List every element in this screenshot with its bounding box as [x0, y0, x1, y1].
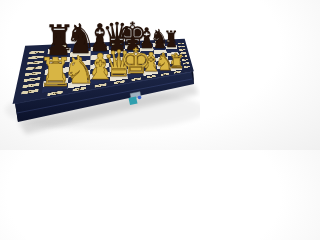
file-label: G	[161, 73, 169, 76]
file-label: F	[147, 75, 156, 78]
clasp-tag	[129, 97, 138, 106]
chess-set-photo: ABCDEFGH8877665544332211ABCDEFGH ♜♞♝♛♚♝♞…	[0, 0, 200, 150]
clasp-pin	[138, 96, 142, 100]
file-label: D	[114, 80, 125, 84]
file-label: E	[131, 77, 141, 81]
file-label: H	[174, 71, 181, 74]
